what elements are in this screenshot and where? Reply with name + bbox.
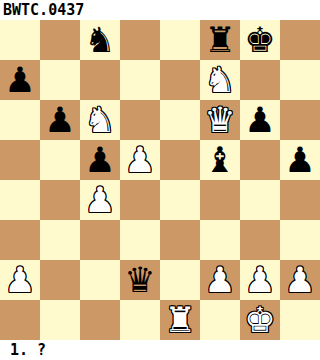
square-e7[interactable] [160,60,200,100]
square-g5[interactable] [240,140,280,180]
square-e6[interactable] [160,100,200,140]
square-c2[interactable] [80,260,120,300]
square-a2[interactable]: ♟ [0,260,40,300]
square-a5[interactable] [0,140,40,180]
square-a3[interactable] [0,220,40,260]
title-bar: BWTC.0437 [0,0,320,20]
black-pawn[interactable]: ♟ [40,100,80,140]
white-pawn[interactable]: ♟ [120,140,160,180]
white-pawn[interactable]: ♟ [0,260,40,300]
square-d2[interactable]: ♛ [120,260,160,300]
square-e5[interactable] [160,140,200,180]
white-pawn[interactable]: ♟ [80,180,120,220]
square-b5[interactable] [40,140,80,180]
square-f3[interactable] [200,220,240,260]
move-prompt-bar: 1. ? [0,340,320,360]
square-c4[interactable]: ♟ [80,180,120,220]
square-h3[interactable] [280,220,320,260]
white-knight[interactable]: ♞ [80,100,120,140]
square-a1[interactable] [0,300,40,340]
square-f2[interactable]: ♟ [200,260,240,300]
square-f4[interactable] [200,180,240,220]
square-h8[interactable] [280,20,320,60]
square-c5[interactable]: ♟ [80,140,120,180]
square-d4[interactable] [120,180,160,220]
chess-puzzle-window: BWTC.0437 ♞♜♚♟♞♟♞♛♟♟♟♝♟♟♟♛♟♟♟♜♚ 1. ? [0,0,320,360]
chess-board: ♞♜♚♟♞♟♞♛♟♟♟♝♟♟♟♛♟♟♟♜♚ [0,20,320,340]
square-c8[interactable]: ♞ [80,20,120,60]
square-b4[interactable] [40,180,80,220]
square-g7[interactable] [240,60,280,100]
square-a8[interactable] [0,20,40,60]
square-c1[interactable] [80,300,120,340]
black-pawn[interactable]: ♟ [80,140,120,180]
white-rook[interactable]: ♜ [160,300,200,340]
square-d3[interactable] [120,220,160,260]
white-pawn[interactable]: ♟ [200,260,240,300]
square-b8[interactable] [40,20,80,60]
square-a7[interactable]: ♟ [0,60,40,100]
square-g8[interactable]: ♚ [240,20,280,60]
move-prompt: 1. ? [0,340,46,360]
square-d8[interactable] [120,20,160,60]
square-h6[interactable] [280,100,320,140]
square-b1[interactable] [40,300,80,340]
white-pawn[interactable]: ♟ [240,260,280,300]
white-queen[interactable]: ♛ [200,100,240,140]
square-a4[interactable] [0,180,40,220]
square-d1[interactable] [120,300,160,340]
square-d5[interactable]: ♟ [120,140,160,180]
square-d6[interactable] [120,100,160,140]
black-queen[interactable]: ♛ [120,260,160,300]
black-knight[interactable]: ♞ [80,20,120,60]
square-h7[interactable] [280,60,320,100]
black-king[interactable]: ♚ [240,20,280,60]
square-f7[interactable]: ♞ [200,60,240,100]
square-h5[interactable]: ♟ [280,140,320,180]
square-g3[interactable] [240,220,280,260]
black-pawn[interactable]: ♟ [0,60,40,100]
black-rook[interactable]: ♜ [200,20,240,60]
square-f6[interactable]: ♛ [200,100,240,140]
square-e2[interactable] [160,260,200,300]
puzzle-id: BWTC.0437 [0,0,84,20]
square-b7[interactable] [40,60,80,100]
white-knight[interactable]: ♞ [200,60,240,100]
square-g1[interactable]: ♚ [240,300,280,340]
square-d7[interactable] [120,60,160,100]
black-pawn[interactable]: ♟ [240,100,280,140]
square-h4[interactable] [280,180,320,220]
square-e1[interactable]: ♜ [160,300,200,340]
square-h2[interactable]: ♟ [280,260,320,300]
square-g6[interactable]: ♟ [240,100,280,140]
square-e8[interactable] [160,20,200,60]
white-king[interactable]: ♚ [240,300,280,340]
square-h1[interactable] [280,300,320,340]
square-g2[interactable]: ♟ [240,260,280,300]
square-f1[interactable] [200,300,240,340]
square-g4[interactable] [240,180,280,220]
square-b2[interactable] [40,260,80,300]
black-pawn[interactable]: ♟ [280,140,320,180]
square-f5[interactable]: ♝ [200,140,240,180]
square-c7[interactable] [80,60,120,100]
square-a6[interactable] [0,100,40,140]
square-e4[interactable] [160,180,200,220]
square-e3[interactable] [160,220,200,260]
square-c3[interactable] [80,220,120,260]
square-c6[interactable]: ♞ [80,100,120,140]
square-b3[interactable] [40,220,80,260]
square-f8[interactable]: ♜ [200,20,240,60]
white-pawn[interactable]: ♟ [280,260,320,300]
black-bishop[interactable]: ♝ [200,140,240,180]
square-b6[interactable]: ♟ [40,100,80,140]
